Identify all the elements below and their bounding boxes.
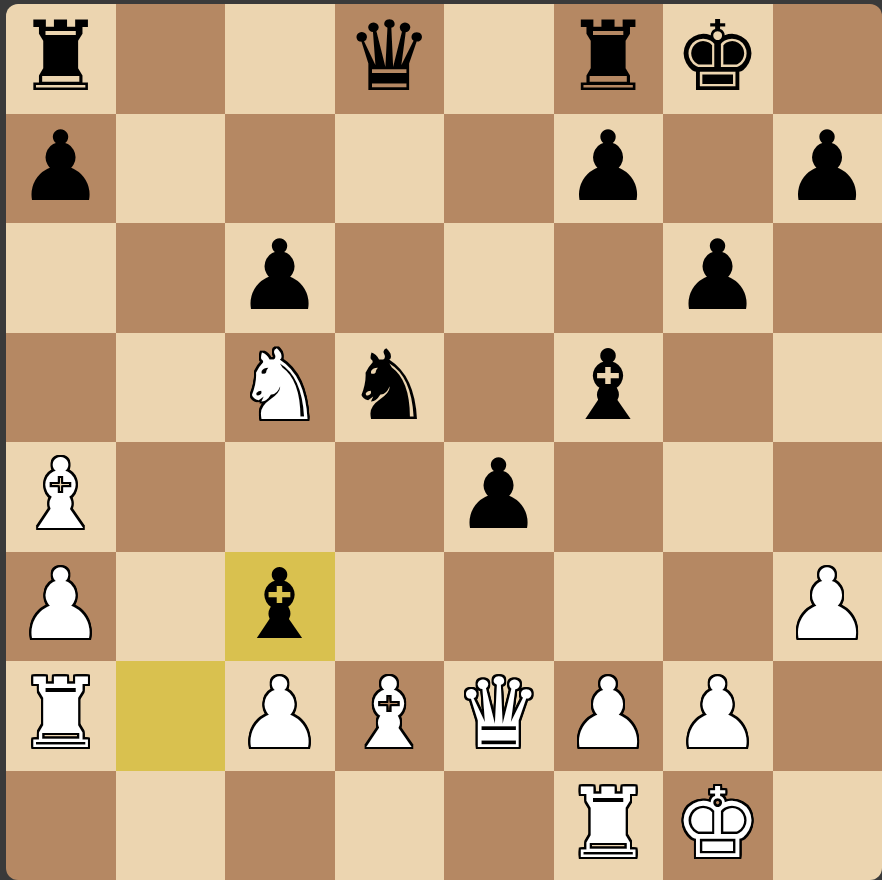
square-f2[interactable]: ♟ (554, 661, 664, 771)
black-bishop-icon: ♝ (565, 331, 652, 440)
square-e5[interactable] (444, 333, 554, 443)
white-knight-icon: ♞ (236, 331, 323, 440)
black-pawn-icon: ♟ (674, 221, 761, 330)
square-c6[interactable]: ♟ (225, 223, 335, 333)
black-king-icon: ♚ (674, 4, 761, 111)
black-pawn-icon: ♟ (784, 112, 871, 221)
chess-board: ♜♛♜♚♟♟♟♟♟♞♞♝♝♟♟♝♟♜♟♝♛♟♟♜♚ (6, 4, 882, 880)
square-h6[interactable] (773, 223, 882, 333)
square-a5[interactable] (6, 333, 116, 443)
black-bishop-icon: ♝ (236, 550, 323, 659)
square-d1[interactable] (335, 771, 445, 880)
square-a6[interactable] (6, 223, 116, 333)
square-b7[interactable] (116, 114, 226, 224)
square-e6[interactable] (444, 223, 554, 333)
square-a4[interactable]: ♝ (6, 442, 116, 552)
square-c8[interactable] (225, 4, 335, 114)
square-d3[interactable] (335, 552, 445, 662)
square-g1[interactable]: ♚ (663, 771, 773, 880)
square-b5[interactable] (116, 333, 226, 443)
square-f6[interactable] (554, 223, 664, 333)
square-a1[interactable] (6, 771, 116, 880)
square-d6[interactable] (335, 223, 445, 333)
page-background: ♜♛♜♚♟♟♟♟♟♞♞♝♝♟♟♝♟♜♟♝♛♟♟♜♚ (0, 0, 882, 880)
square-g8[interactable]: ♚ (663, 4, 773, 114)
black-pawn-icon: ♟ (236, 221, 323, 330)
square-h3[interactable]: ♟ (773, 552, 882, 662)
square-a2[interactable]: ♜ (6, 661, 116, 771)
square-b8[interactable] (116, 4, 226, 114)
black-rook-icon: ♜ (565, 4, 652, 111)
white-pawn-icon: ♟ (674, 659, 761, 768)
square-d5[interactable]: ♞ (335, 333, 445, 443)
square-g5[interactable] (663, 333, 773, 443)
square-e2[interactable]: ♛ (444, 661, 554, 771)
square-g4[interactable] (663, 442, 773, 552)
square-d4[interactable] (335, 442, 445, 552)
square-e8[interactable] (444, 4, 554, 114)
white-king-icon: ♚ (674, 769, 761, 878)
white-bishop-icon: ♝ (346, 659, 433, 768)
square-c1[interactable] (225, 771, 335, 880)
square-b6[interactable] (116, 223, 226, 333)
square-c2[interactable]: ♟ (225, 661, 335, 771)
white-rook-icon: ♜ (565, 769, 652, 878)
square-b4[interactable] (116, 442, 226, 552)
square-b2[interactable] (116, 661, 226, 771)
black-pawn-icon: ♟ (17, 112, 104, 221)
white-pawn-icon: ♟ (236, 659, 323, 768)
square-d8[interactable]: ♛ (335, 4, 445, 114)
black-pawn-icon: ♟ (455, 440, 542, 549)
square-h1[interactable] (773, 771, 882, 880)
square-g6[interactable]: ♟ (663, 223, 773, 333)
square-f8[interactable]: ♜ (554, 4, 664, 114)
square-a7[interactable]: ♟ (6, 114, 116, 224)
square-b1[interactable] (116, 771, 226, 880)
square-e4[interactable]: ♟ (444, 442, 554, 552)
white-pawn-icon: ♟ (784, 550, 871, 659)
square-g7[interactable] (663, 114, 773, 224)
square-f7[interactable]: ♟ (554, 114, 664, 224)
square-c5[interactable]: ♞ (225, 333, 335, 443)
square-h4[interactable] (773, 442, 882, 552)
square-a8[interactable]: ♜ (6, 4, 116, 114)
square-g3[interactable] (663, 552, 773, 662)
white-queen-icon: ♛ (455, 659, 542, 768)
white-bishop-icon: ♝ (17, 440, 104, 549)
black-rook-icon: ♜ (17, 4, 104, 111)
white-pawn-icon: ♟ (565, 659, 652, 768)
square-c7[interactable] (225, 114, 335, 224)
square-h8[interactable] (773, 4, 882, 114)
black-knight-icon: ♞ (346, 331, 433, 440)
square-b3[interactable] (116, 552, 226, 662)
square-f5[interactable]: ♝ (554, 333, 664, 443)
square-d7[interactable] (335, 114, 445, 224)
square-f1[interactable]: ♜ (554, 771, 664, 880)
black-pawn-icon: ♟ (565, 112, 652, 221)
square-a3[interactable]: ♟ (6, 552, 116, 662)
square-h5[interactable] (773, 333, 882, 443)
square-e3[interactable] (444, 552, 554, 662)
square-g2[interactable]: ♟ (663, 661, 773, 771)
square-f3[interactable] (554, 552, 664, 662)
square-h2[interactable] (773, 661, 882, 771)
square-h7[interactable]: ♟ (773, 114, 882, 224)
square-c3[interactable]: ♝ (225, 552, 335, 662)
square-e1[interactable] (444, 771, 554, 880)
white-pawn-icon: ♟ (17, 550, 104, 659)
black-queen-icon: ♛ (346, 4, 433, 111)
white-rook-icon: ♜ (17, 659, 104, 768)
square-d2[interactable]: ♝ (335, 661, 445, 771)
square-e7[interactable] (444, 114, 554, 224)
square-c4[interactable] (225, 442, 335, 552)
square-f4[interactable] (554, 442, 664, 552)
